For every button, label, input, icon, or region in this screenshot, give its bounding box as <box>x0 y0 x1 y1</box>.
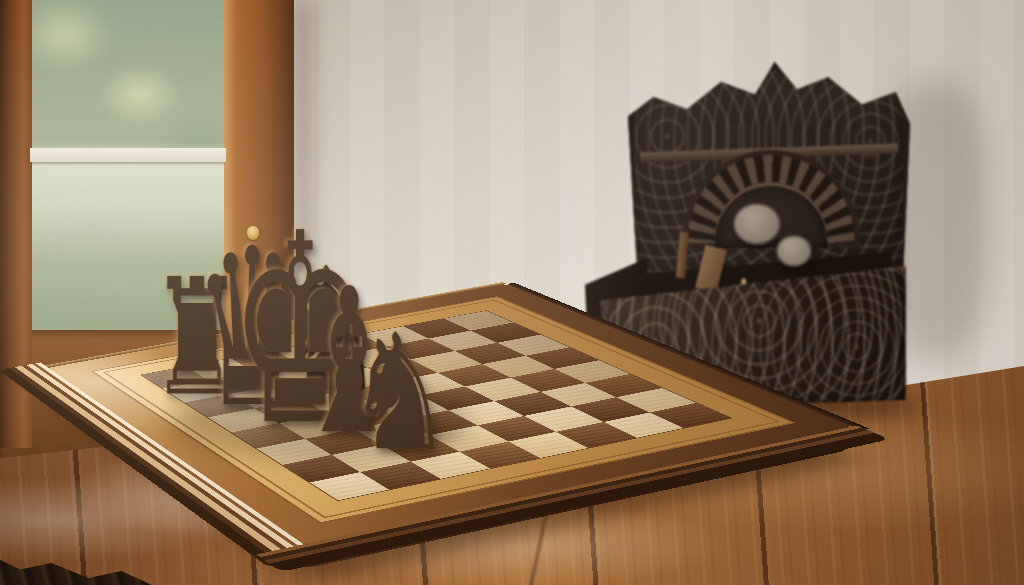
scene: ♟♟♟♟♟♟♟♟ ♞♜♛♚♝♞ <box>0 0 1024 585</box>
pieces-layer: ♞♜♛♚♝♞ <box>0 0 1024 585</box>
knight-glyph: ♞ <box>346 313 452 473</box>
